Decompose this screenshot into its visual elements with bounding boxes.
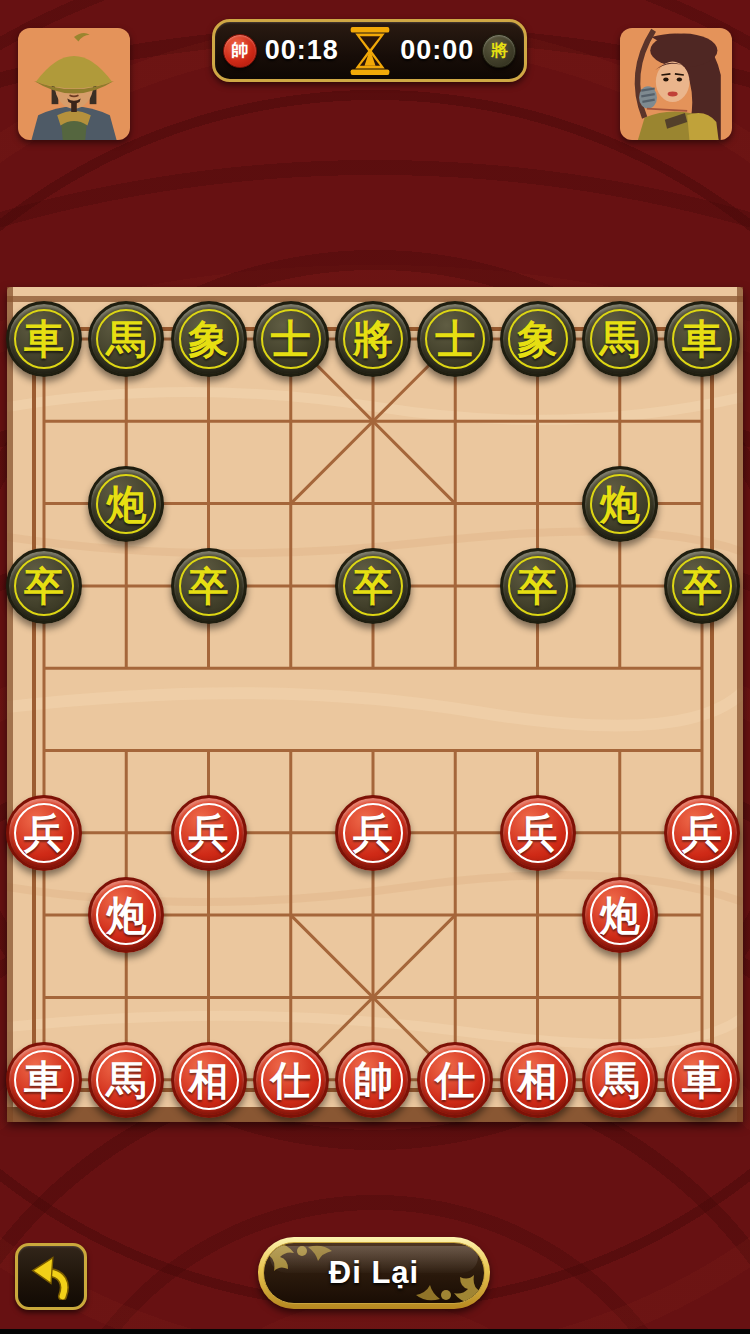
red-horse[interactable]: 馬 <box>88 1042 164 1118</box>
xiangqi-board[interactable]: 車馬象士將士象馬車炮炮卒卒卒卒卒兵兵兵兵兵炮炮車馬相仕帥仕相馬車 <box>7 287 743 1122</box>
red-advisor[interactable]: 仕 <box>253 1042 329 1118</box>
black-cannon[interactable]: 炮 <box>582 466 658 542</box>
red-soldier[interactable]: 兵 <box>6 795 82 871</box>
black-advisor[interactable]: 士 <box>253 301 329 377</box>
red-cannon[interactable]: 炮 <box>582 877 658 953</box>
black-chariot[interactable]: 車 <box>664 301 740 377</box>
black-chariot[interactable]: 車 <box>6 301 82 377</box>
back-arrow-icon <box>28 1254 74 1300</box>
red-chariot[interactable]: 車 <box>6 1042 82 1118</box>
black-horse[interactable]: 馬 <box>582 301 658 377</box>
bottom-letterbox-bar <box>0 1329 750 1334</box>
black-general-clock-icon: 將 <box>482 34 516 68</box>
black-advisor[interactable]: 士 <box>417 301 493 377</box>
male-player-avatar-image <box>18 28 130 140</box>
back-button[interactable] <box>15 1243 87 1310</box>
black-timer: 00:00 <box>400 35 474 66</box>
red-elephant[interactable]: 相 <box>171 1042 247 1118</box>
red-soldier[interactable]: 兵 <box>335 795 411 871</box>
red-general[interactable]: 帥 <box>335 1042 411 1118</box>
red-horse[interactable]: 馬 <box>582 1042 658 1118</box>
hourglass-icon <box>347 25 393 77</box>
black-horse[interactable]: 馬 <box>88 301 164 377</box>
undo-move-button-face: Đi Lại <box>263 1242 485 1304</box>
female-archer-avatar-image <box>620 28 732 140</box>
red-elephant[interactable]: 相 <box>500 1042 576 1118</box>
red-cannon[interactable]: 炮 <box>88 877 164 953</box>
player-avatar-black <box>620 28 732 140</box>
black-elephant[interactable]: 象 <box>171 301 247 377</box>
red-advisor[interactable]: 仕 <box>417 1042 493 1118</box>
black-soldier[interactable]: 卒 <box>335 548 411 624</box>
black-cannon[interactable]: 炮 <box>88 466 164 542</box>
black-soldier[interactable]: 卒 <box>6 548 82 624</box>
red-soldier[interactable]: 兵 <box>664 795 740 871</box>
red-chariot[interactable]: 車 <box>664 1042 740 1118</box>
black-soldier[interactable]: 卒 <box>664 548 740 624</box>
pieces-layer: 車馬象士將士象馬車炮炮卒卒卒卒卒兵兵兵兵兵炮炮車馬相仕帥仕相馬車 <box>7 287 743 1122</box>
black-soldier[interactable]: 卒 <box>500 548 576 624</box>
red-soldier[interactable]: 兵 <box>500 795 576 871</box>
black-general[interactable]: 將 <box>335 301 411 377</box>
red-timer: 00:18 <box>265 35 339 66</box>
game-clock-bar: 帥 00:18 00:00 將 <box>212 19 527 82</box>
undo-move-button-label: Đi Lại <box>329 1255 419 1291</box>
red-general-clock-icon: 帥 <box>223 34 257 68</box>
undo-move-button[interactable]: Đi Lại <box>258 1237 490 1309</box>
red-soldier[interactable]: 兵 <box>171 795 247 871</box>
black-elephant[interactable]: 象 <box>500 301 576 377</box>
black-soldier[interactable]: 卒 <box>171 548 247 624</box>
player-avatar-red <box>18 28 130 140</box>
